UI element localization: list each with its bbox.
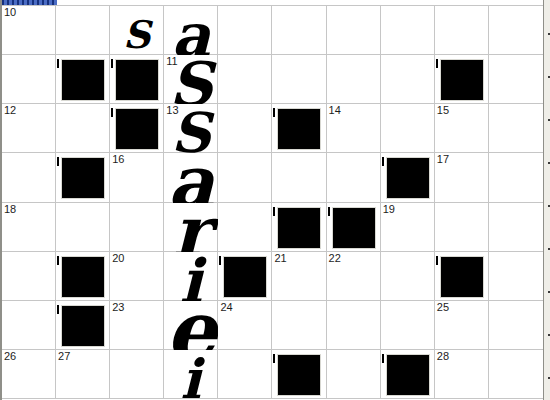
clue-number: 19 (383, 204, 395, 215)
black-square (440, 256, 484, 298)
cell-r6c6[interactable]: 21 (272, 252, 326, 301)
cell-r1c7[interactable] (327, 6, 381, 55)
cell-r3c9[interactable]: 15 (435, 104, 489, 153)
cell-r4c6[interactable] (272, 153, 326, 202)
cell-r4c2[interactable] (56, 153, 110, 202)
cell-r3c1[interactable]: 12 (2, 104, 56, 153)
clue-number: 23 (112, 302, 124, 313)
black-square (386, 157, 430, 199)
cell-r1c4[interactable]: a (164, 6, 218, 55)
cell-r5c9[interactable] (435, 203, 489, 252)
cell-r5c4[interactable]: r (164, 203, 218, 252)
cell-r5c1[interactable]: 18 (2, 203, 56, 252)
text-cursor-mark (57, 256, 59, 265)
cell-r2c2[interactable] (56, 55, 110, 104)
black-square (332, 207, 376, 249)
clue-number: 22 (329, 253, 341, 264)
cell-r7c5[interactable]: 24 (218, 301, 272, 350)
crossword-grid: 10Sa11S1213S141516a1718r1920i212223e2425… (2, 5, 543, 399)
cell-r1c3[interactable]: S (110, 6, 164, 55)
cell-r6c3[interactable]: 20 (110, 252, 164, 301)
black-square (440, 59, 484, 101)
cell-r2c9[interactable] (435, 55, 489, 104)
text-cursor-mark (382, 157, 384, 166)
clue-number: 13 (166, 105, 178, 116)
clue-number: 18 (4, 204, 16, 215)
text-cursor-mark (111, 59, 113, 68)
clue-number: 11 (166, 56, 177, 67)
clue-number: 28 (437, 351, 449, 362)
cell-r3c8[interactable] (381, 104, 435, 153)
cell-r2c5[interactable] (218, 55, 272, 104)
cell-r8c7[interactable] (327, 350, 381, 399)
cell-r8c10[interactable] (489, 350, 543, 399)
black-square (115, 108, 159, 150)
cell-r7c9[interactable]: 25 (435, 301, 489, 350)
cell-r1c6[interactable] (272, 6, 326, 55)
selection-marquee-strip (2, 0, 57, 5)
cell-r8c3[interactable] (110, 350, 164, 399)
letter-glyph: S (110, 6, 163, 55)
black-square (61, 157, 105, 199)
clue-number: 20 (112, 253, 124, 264)
cell-r8c1[interactable]: 26 (2, 350, 56, 399)
cell-r7c2[interactable] (56, 301, 110, 350)
cell-r5c10[interactable] (489, 203, 543, 252)
black-square (223, 256, 267, 298)
cell-r2c1[interactable] (2, 55, 56, 104)
cell-r7c1[interactable] (2, 301, 56, 350)
cell-r7c3[interactable]: 23 (110, 301, 164, 350)
letter-glyph: r (164, 203, 217, 252)
black-square (277, 108, 321, 150)
cell-r6c7[interactable]: 22 (327, 252, 381, 301)
cell-r8c6[interactable] (272, 350, 326, 399)
text-cursor-mark (57, 59, 59, 68)
black-square (61, 256, 105, 298)
cell-r4c7[interactable] (327, 153, 381, 202)
cell-r3c10[interactable] (489, 104, 543, 153)
cell-r8c2[interactable]: 27 (56, 350, 110, 399)
cell-r2c4[interactable]: 11S (164, 55, 218, 104)
cell-r7c6[interactable] (272, 301, 326, 350)
clue-number: 21 (274, 253, 286, 264)
cell-r8c5[interactable] (218, 350, 272, 399)
cell-r3c7[interactable]: 14 (327, 104, 381, 153)
clue-number: 25 (437, 302, 449, 313)
cell-r7c7[interactable] (327, 301, 381, 350)
cell-r6c8[interactable] (381, 252, 435, 301)
cell-r6c1[interactable] (2, 252, 56, 301)
text-cursor-mark (273, 207, 275, 216)
crossword-editor-window: 10Sa11S1213S141516a1718r1920i212223e2425… (0, 0, 550, 400)
text-cursor-mark (57, 157, 59, 166)
cell-r5c7[interactable] (327, 203, 381, 252)
text-cursor-mark (273, 108, 275, 117)
cell-r1c10[interactable] (489, 6, 543, 55)
cell-r7c10[interactable] (489, 301, 543, 350)
cell-r8c8[interactable] (381, 350, 435, 399)
cell-r5c8[interactable]: 19 (381, 203, 435, 252)
cell-r1c9[interactable] (435, 6, 489, 55)
black-square (61, 59, 105, 101)
text-cursor-mark (219, 256, 221, 265)
text-cursor-mark (436, 59, 438, 68)
right-scrollbar-strip[interactable] (543, 0, 550, 400)
letter-glyph: a (164, 153, 217, 202)
cell-r3c6[interactable] (272, 104, 326, 153)
cell-r1c2[interactable] (56, 6, 110, 55)
cell-r6c2[interactable] (56, 252, 110, 301)
black-square (61, 305, 105, 347)
cell-r4c9[interactable]: 17 (435, 153, 489, 202)
cell-r5c3[interactable] (110, 203, 164, 252)
cell-r4c10[interactable] (489, 153, 543, 202)
cell-r1c1[interactable]: 10 (2, 6, 56, 55)
clue-number: 24 (220, 302, 232, 313)
cell-r2c8[interactable] (381, 55, 435, 104)
cell-r3c3[interactable] (110, 104, 164, 153)
cell-r2c3[interactable] (110, 55, 164, 104)
text-cursor-mark (382, 354, 384, 363)
letter-glyph: a (164, 6, 217, 55)
text-cursor-mark (57, 305, 59, 314)
cell-r6c5[interactable] (218, 252, 272, 301)
clue-number: 15 (437, 105, 449, 116)
black-square (277, 354, 321, 396)
cell-r2c7[interactable] (327, 55, 381, 104)
clue-number: 10 (4, 7, 16, 18)
cell-r8c4[interactable]: i (164, 350, 218, 399)
clue-number: 14 (329, 105, 341, 116)
cell-r3c5[interactable] (218, 104, 272, 153)
text-cursor-mark (111, 108, 113, 117)
letter-glyph: e (164, 301, 217, 350)
cell-r4c3[interactable]: 16 (110, 153, 164, 202)
cell-r4c5[interactable] (218, 153, 272, 202)
cell-r2c6[interactable] (272, 55, 326, 104)
cell-r2c10[interactable] (489, 55, 543, 104)
cell-r4c1[interactable] (2, 153, 56, 202)
black-square (386, 354, 430, 396)
text-cursor-mark (273, 354, 275, 363)
cell-r6c4[interactable]: i (164, 252, 218, 301)
cell-r5c5[interactable] (218, 203, 272, 252)
cell-r4c4[interactable]: a (164, 153, 218, 202)
clue-number: 26 (4, 351, 16, 362)
text-cursor-mark (436, 256, 438, 265)
clue-number: 17 (437, 154, 449, 165)
cell-r3c4[interactable]: 13S (164, 104, 218, 153)
black-square (115, 59, 159, 101)
cell-r3c2[interactable] (56, 104, 110, 153)
cell-r8c9[interactable]: 28 (435, 350, 489, 399)
cell-r4c8[interactable] (381, 153, 435, 202)
clue-number: 12 (4, 105, 16, 116)
cell-r6c10[interactable] (489, 252, 543, 301)
clue-number: 16 (112, 154, 124, 165)
cell-r6c9[interactable] (435, 252, 489, 301)
text-cursor-mark (328, 207, 330, 216)
cell-r7c4[interactable]: e (164, 301, 218, 350)
letter-glyph: i (164, 350, 217, 399)
letter-glyph: i (164, 252, 217, 301)
cell-r1c8[interactable] (381, 6, 435, 55)
cell-r5c6[interactable] (272, 203, 326, 252)
cell-r5c2[interactable] (56, 203, 110, 252)
clue-number: 27 (58, 351, 70, 362)
cell-r1c5[interactable] (218, 6, 272, 55)
cell-r7c8[interactable] (381, 301, 435, 350)
black-square (277, 207, 321, 249)
